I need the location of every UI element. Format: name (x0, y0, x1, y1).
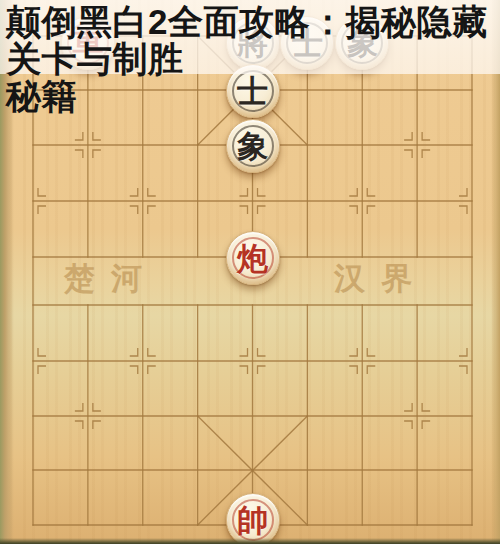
piece-red-general[interactable]: 帥 (226, 493, 280, 544)
title-line-1: 颠倒黑白2全面攻略：揭秘隐藏关卡与制胜 (6, 3, 500, 77)
piece-red-cannon[interactable]: 炮 (226, 231, 280, 285)
article-title-overlay: 颠倒黑白2全面攻略：揭秘隐藏关卡与制胜 秘籍 (0, 0, 500, 74)
river-label-chu: 楚河 (64, 261, 174, 297)
piece-glyph: 象 (227, 120, 279, 172)
piece-glyph: 炮 (227, 232, 279, 284)
piece-black-elephant[interactable]: 象 (226, 119, 280, 173)
screenshot-root: 楚河 汉界 車將士象士象炮帥 颠倒黑白2全面攻略：揭秘隐藏关卡与制胜 秘籍 (0, 0, 500, 544)
title-line-2: 秘籍 (6, 77, 500, 114)
river-label-han: 汉界 (334, 261, 444, 297)
piece-glyph: 帥 (227, 494, 279, 544)
bottom-shade (0, 538, 500, 544)
